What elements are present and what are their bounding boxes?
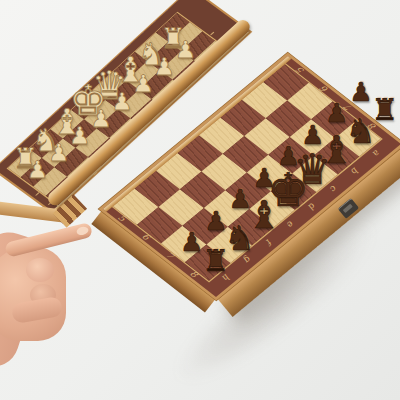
chess-set-photo-scene: ♜♞♝♛♚♝♞♜♟♟♟♟♟♟♟♟ hgfedcba56785678 ♟♟♟♟♟♟… [0,0,400,400]
black-pawn[interactable]: ♟ [180,229,203,255]
black-rook[interactable]: ♜ [202,246,229,276]
black-knight[interactable]: ♞ [225,221,255,255]
coordinate-mark [210,32,214,36]
coordinate-mark [35,192,39,196]
white-pawn[interactable]: ♟ [175,38,197,62]
curled-finger [26,258,54,282]
white-pawn[interactable]: ♟ [111,89,133,113]
white-pawn[interactable]: ♟ [48,141,70,165]
coordinate-label: 8 [188,270,199,279]
white-pawn[interactable]: ♟ [69,124,91,148]
coordinate-label: 5 [116,214,127,223]
fingernail [76,226,90,237]
coordinate-label: 6 [318,85,329,94]
coordinate-label: 5 [294,66,305,75]
white-pawn[interactable]: ♟ [154,55,176,79]
coordinate-label: f [265,238,275,246]
white-pawn[interactable]: ♟ [27,158,49,182]
coordinate-label: 7 [164,251,175,260]
white-pawn[interactable]: ♟ [132,72,154,96]
clasp-pin [343,204,353,213]
black-pawn[interactable]: ♟ [349,79,372,105]
coordinate-label: e [285,220,296,229]
coordinate-label: 6 [140,232,151,241]
white-pawn[interactable]: ♟ [90,107,112,131]
